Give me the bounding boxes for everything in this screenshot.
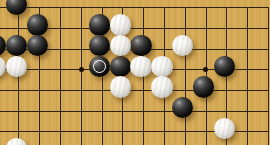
stone-black-H18 bbox=[27, 14, 49, 36]
stone-black-L17 bbox=[89, 35, 111, 57]
stone-white-M18 bbox=[110, 14, 132, 36]
stone-black-G19 bbox=[6, 0, 28, 15]
stone-black-L16 bbox=[89, 56, 111, 78]
star-point-K16 bbox=[79, 67, 84, 72]
grid-line-14 bbox=[0, 111, 269, 112]
stone-white-M17 bbox=[110, 35, 132, 57]
stone-black-G17 bbox=[6, 35, 28, 57]
stone-black-R16 bbox=[214, 56, 236, 78]
stone-black-L18 bbox=[89, 14, 111, 36]
stone-white-O15 bbox=[151, 76, 173, 98]
stone-white-P17 bbox=[172, 35, 194, 57]
last-move-marker bbox=[93, 60, 106, 73]
star-point-Q16 bbox=[203, 67, 208, 72]
grid-line-19 bbox=[0, 7, 269, 8]
stone-white-N16 bbox=[130, 56, 152, 78]
stone-black-M16 bbox=[110, 56, 132, 78]
stone-white-R13 bbox=[214, 118, 236, 140]
stone-white-G12 bbox=[6, 138, 28, 145]
stone-white-M15 bbox=[110, 76, 132, 98]
stone-black-H17 bbox=[27, 35, 49, 57]
stone-black-P14 bbox=[172, 97, 194, 119]
grid-line-15 bbox=[0, 90, 269, 91]
stone-white-G16 bbox=[6, 56, 28, 78]
stone-white-O16 bbox=[151, 56, 173, 78]
stone-black-Q15 bbox=[193, 76, 215, 98]
go-board[interactable] bbox=[0, 0, 270, 145]
stone-black-N17 bbox=[130, 35, 152, 57]
